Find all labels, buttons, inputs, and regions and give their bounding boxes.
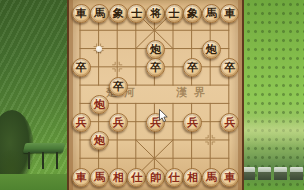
background-hill-right <box>238 0 304 190</box>
hut-body <box>274 172 287 180</box>
piece-red-elephant[interactable]: 相 <box>183 168 202 187</box>
mouse-cursor <box>159 109 170 124</box>
piece-red-advisor[interactable]: 仕 <box>165 168 184 187</box>
piece-black-soldier[interactable]: 卒 <box>72 58 91 77</box>
hut-body <box>290 172 303 180</box>
river-label-han-jie: 漢界 <box>176 86 212 100</box>
background-huts <box>242 167 303 180</box>
piece-black-chariot[interactable]: 車 <box>220 4 239 23</box>
piece-black-cannon[interactable]: 炮 <box>202 40 221 59</box>
piece-black-elephant[interactable]: 象 <box>183 4 202 23</box>
piece-red-cannon[interactable]: 炮 <box>90 95 109 114</box>
piece-red-horse[interactable]: 馬 <box>202 168 221 187</box>
last-move-origin-marker <box>96 46 102 52</box>
piece-red-general[interactable]: 帥 <box>146 168 165 187</box>
piece-red-chariot[interactable]: 車 <box>72 168 91 187</box>
xiangqi-game-screen: 楚河 漢界 車馬象士将士象馬車炮炮卒卒卒卒卒炮兵兵兵兵兵炮車馬相仕帥仕相馬車 <box>0 0 304 190</box>
background-grass <box>0 174 70 190</box>
piece-red-soldier[interactable]: 兵 <box>109 113 128 132</box>
piece-black-advisor[interactable]: 士 <box>165 4 184 23</box>
hut <box>274 167 287 180</box>
shelter-leg <box>42 152 44 169</box>
piece-black-soldier[interactable]: 卒 <box>109 77 128 96</box>
piece-red-elephant[interactable]: 相 <box>109 168 128 187</box>
hut <box>290 167 303 180</box>
piece-black-horse[interactable]: 馬 <box>202 4 221 23</box>
background-shelter <box>24 143 66 173</box>
piece-black-horse[interactable]: 馬 <box>90 4 109 23</box>
piece-black-advisor[interactable]: 士 <box>127 4 146 23</box>
hut-body <box>258 172 271 180</box>
shelter-leg <box>28 152 30 169</box>
piece-black-cannon[interactable]: 炮 <box>146 40 165 59</box>
piece-red-soldier[interactable]: 兵 <box>72 113 91 132</box>
shelter-leg <box>56 152 58 169</box>
xiangqi-board[interactable]: 楚河 漢界 車馬象士将士象馬車炮炮卒卒卒卒卒炮兵兵兵兵兵炮車馬相仕帥仕相馬車 <box>67 0 244 190</box>
piece-black-chariot[interactable]: 車 <box>72 4 91 23</box>
hut <box>258 167 271 180</box>
piece-black-general[interactable]: 将 <box>146 4 165 23</box>
piece-black-elephant[interactable]: 象 <box>109 4 128 23</box>
background-valley-mist <box>238 116 304 148</box>
piece-red-horse[interactable]: 馬 <box>90 168 109 187</box>
